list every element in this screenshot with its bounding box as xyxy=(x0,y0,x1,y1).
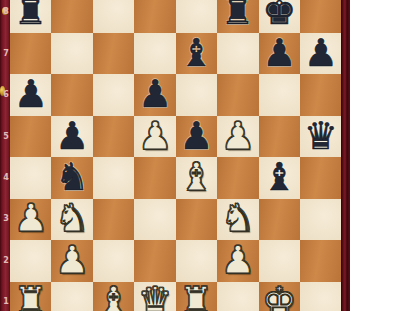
square-a3[interactable]: ♟ xyxy=(10,199,51,240)
piece-black-rook-a8[interactable]: ♜ xyxy=(14,0,48,30)
square-f5[interactable]: ♟ xyxy=(217,116,258,157)
square-g8[interactable]: ♚ xyxy=(259,0,300,33)
square-g4[interactable]: ♝ xyxy=(259,157,300,198)
piece-white-rook-e1[interactable]: ♜ xyxy=(179,282,213,311)
square-e2[interactable] xyxy=(176,240,217,281)
piece-white-pawn-f2[interactable]: ♟ xyxy=(221,241,255,279)
square-f7[interactable] xyxy=(217,33,258,74)
square-c5[interactable] xyxy=(93,116,134,157)
square-h8[interactable] xyxy=(300,0,341,33)
square-g3[interactable] xyxy=(259,199,300,240)
square-d1[interactable]: ♛ xyxy=(134,282,175,311)
rank-label-2: 2 xyxy=(2,257,10,265)
piece-white-queen-d1[interactable]: ♛ xyxy=(138,282,172,311)
square-a7[interactable] xyxy=(10,33,51,74)
piece-white-pawn-d5[interactable]: ♟ xyxy=(138,117,172,155)
square-g7[interactable]: ♟ xyxy=(259,33,300,74)
square-d8[interactable] xyxy=(134,0,175,33)
piece-black-king-g8[interactable]: ♚ xyxy=(262,0,296,30)
square-d7[interactable] xyxy=(134,33,175,74)
square-c8[interactable] xyxy=(93,0,134,33)
piece-black-pawn-g7[interactable]: ♟ xyxy=(262,34,296,72)
square-d3[interactable] xyxy=(134,199,175,240)
square-d4[interactable] xyxy=(134,157,175,198)
board-border-left: 87654321 xyxy=(0,0,10,311)
piece-black-pawn-h7[interactable]: ♟ xyxy=(304,34,338,72)
square-a6[interactable]: ♟ xyxy=(10,74,51,115)
square-d6[interactable]: ♟ xyxy=(134,74,175,115)
board-border-right xyxy=(341,0,350,311)
square-b4[interactable]: ♞ xyxy=(51,157,92,198)
piece-black-pawn-d6[interactable]: ♟ xyxy=(138,75,172,113)
square-f8[interactable]: ♜ xyxy=(217,0,258,33)
piece-white-bishop-c1[interactable]: ♝ xyxy=(97,282,131,311)
square-f1[interactable] xyxy=(217,282,258,311)
piece-white-bishop-e4[interactable]: ♝ xyxy=(179,158,213,196)
piece-black-pawn-e5[interactable]: ♟ xyxy=(179,117,213,155)
square-c3[interactable] xyxy=(93,199,134,240)
square-e7[interactable]: ♝ xyxy=(176,33,217,74)
square-a2[interactable] xyxy=(10,240,51,281)
piece-white-pawn-a3[interactable]: ♟ xyxy=(14,199,48,237)
square-h3[interactable] xyxy=(300,199,341,240)
piece-white-pawn-b2[interactable]: ♟ xyxy=(55,241,89,279)
square-a4[interactable] xyxy=(10,157,51,198)
square-h6[interactable] xyxy=(300,74,341,115)
piece-black-pawn-b5[interactable]: ♟ xyxy=(55,117,89,155)
rank-label-8: 8 xyxy=(2,8,10,16)
square-b5[interactable]: ♟ xyxy=(51,116,92,157)
rank-label-4: 4 xyxy=(2,174,10,182)
square-d5[interactable]: ♟ xyxy=(134,116,175,157)
square-a8[interactable]: ♜ xyxy=(10,0,51,33)
square-h7[interactable]: ♟ xyxy=(300,33,341,74)
square-f2[interactable]: ♟ xyxy=(217,240,258,281)
piece-black-queen-h5[interactable]: ♛ xyxy=(304,117,338,155)
piece-black-bishop-g4[interactable]: ♝ xyxy=(262,158,296,196)
square-c6[interactable] xyxy=(93,74,134,115)
square-a5[interactable] xyxy=(10,116,51,157)
square-g5[interactable] xyxy=(259,116,300,157)
square-e8[interactable] xyxy=(176,0,217,33)
square-b1[interactable] xyxy=(51,282,92,311)
square-a1[interactable]: ♜ xyxy=(10,282,51,311)
square-c7[interactable] xyxy=(93,33,134,74)
rank-label-7: 7 xyxy=(2,50,10,58)
rank-label-5: 5 xyxy=(2,133,10,141)
square-e3[interactable] xyxy=(176,199,217,240)
square-e6[interactable] xyxy=(176,74,217,115)
piece-white-knight-b3[interactable]: ♞ xyxy=(55,199,89,237)
piece-white-king-g1[interactable]: ♚ xyxy=(262,282,296,311)
square-e5[interactable]: ♟ xyxy=(176,116,217,157)
piece-black-rook-f8[interactable]: ♜ xyxy=(221,0,255,30)
piece-white-pawn-f5[interactable]: ♟ xyxy=(221,117,255,155)
piece-black-knight-b4[interactable]: ♞ xyxy=(55,158,89,196)
rank-label-6: 6 xyxy=(2,91,10,99)
square-c4[interactable] xyxy=(93,157,134,198)
square-h2[interactable] xyxy=(300,240,341,281)
square-b7[interactable] xyxy=(51,33,92,74)
square-h1[interactable] xyxy=(300,282,341,311)
square-h5[interactable]: ♛ xyxy=(300,116,341,157)
piece-white-knight-f3[interactable]: ♞ xyxy=(221,199,255,237)
rank-label-1: 1 xyxy=(2,298,10,306)
piece-black-bishop-e7[interactable]: ♝ xyxy=(179,34,213,72)
square-b2[interactable]: ♟ xyxy=(51,240,92,281)
square-g1[interactable]: ♚ xyxy=(259,282,300,311)
square-b6[interactable] xyxy=(51,74,92,115)
square-f4[interactable] xyxy=(217,157,258,198)
square-f6[interactable] xyxy=(217,74,258,115)
chess-diagram: 87654321 ♜♜♚♝♟♟♟♟♟♟♟♟♛♞♝♝♟♞♞♟♟♜♝♛♜♚ xyxy=(0,0,414,311)
board-photo: 87654321 ♜♜♚♝♟♟♟♟♟♟♟♟♛♞♝♝♟♞♞♟♟♜♝♛♜♚ xyxy=(0,0,350,311)
square-g2[interactable] xyxy=(259,240,300,281)
square-f3[interactable]: ♞ xyxy=(217,199,258,240)
piece-white-rook-a1[interactable]: ♜ xyxy=(14,282,48,311)
square-b3[interactable]: ♞ xyxy=(51,199,92,240)
square-g6[interactable] xyxy=(259,74,300,115)
square-b8[interactable] xyxy=(51,0,92,33)
piece-black-pawn-a6[interactable]: ♟ xyxy=(14,75,48,113)
square-e1[interactable]: ♜ xyxy=(176,282,217,311)
chess-board: ♜♜♚♝♟♟♟♟♟♟♟♟♛♞♝♝♟♞♞♟♟♜♝♛♜♚ xyxy=(10,0,341,311)
rank-label-3: 3 xyxy=(2,215,10,223)
square-h4[interactable] xyxy=(300,157,341,198)
square-e4[interactable]: ♝ xyxy=(176,157,217,198)
square-c1[interactable]: ♝ xyxy=(93,282,134,311)
square-c2[interactable] xyxy=(93,240,134,281)
square-d2[interactable] xyxy=(134,240,175,281)
